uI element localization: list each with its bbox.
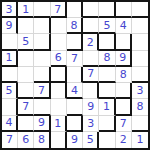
given-digit-r9c3[interactable]: 8 [34, 132, 50, 148]
given-digit-r1c4[interactable]: 7 [51, 2, 67, 18]
cell-r5c4[interactable] [51, 67, 67, 83]
cell-r2c3[interactable] [34, 18, 50, 34]
given-digit-r9c9[interactable]: 1 [132, 132, 148, 148]
cell-r5c3[interactable] [34, 67, 50, 83]
cell-r8c5[interactable] [67, 116, 83, 132]
given-digit-r4c8[interactable]: 9 [116, 51, 132, 67]
cell-r5c2[interactable] [18, 67, 34, 83]
given-digit-r5c6[interactable]: 7 [83, 67, 99, 83]
sudoku-stage: 317985452167897857437918491377689521 [0, 0, 150, 150]
cell-r4c3[interactable] [34, 51, 50, 67]
cell-r9c4[interactable] [51, 132, 67, 148]
cell-r3c9[interactable] [132, 34, 148, 50]
cell-r3c4[interactable] [51, 34, 67, 50]
cell-r4c2[interactable] [18, 51, 34, 67]
given-digit-r9c6[interactable]: 5 [83, 132, 99, 148]
cell-r1c5[interactable] [67, 2, 83, 18]
given-digit-r9c2[interactable]: 6 [18, 132, 34, 148]
cell-r5c1[interactable] [2, 67, 18, 83]
cell-r7c3[interactable] [34, 99, 50, 115]
cell-r4c9[interactable] [132, 51, 148, 67]
given-digit-r5c8[interactable]: 8 [116, 67, 132, 83]
cell-r2c4[interactable] [51, 18, 67, 34]
given-digit-r9c5[interactable]: 9 [67, 132, 83, 148]
given-digit-r6c1[interactable]: 5 [2, 83, 18, 99]
cell-r3c7[interactable] [99, 34, 115, 50]
given-digit-r8c4[interactable]: 1 [51, 116, 67, 132]
cell-r7c4[interactable] [51, 99, 67, 115]
given-digit-r7c6[interactable]: 9 [83, 99, 99, 115]
cell-r6c8[interactable] [116, 83, 132, 99]
cell-r8c2[interactable] [18, 116, 34, 132]
given-digit-r9c1[interactable]: 7 [2, 132, 18, 148]
cell-r3c1[interactable] [2, 34, 18, 50]
cell-r8c7[interactable] [99, 116, 115, 132]
cell-r6c7[interactable] [99, 83, 115, 99]
cell-r5c9[interactable] [132, 67, 148, 83]
given-digit-r3c6[interactable]: 2 [83, 34, 99, 50]
given-digit-r8c3[interactable]: 9 [34, 116, 50, 132]
cell-r6c6[interactable] [83, 83, 99, 99]
cell-r3c3[interactable] [34, 34, 50, 50]
cell-r6c4[interactable] [51, 83, 67, 99]
cell-r3c5[interactable] [67, 34, 83, 50]
cell-r5c7[interactable] [99, 67, 115, 83]
given-digit-r6c3[interactable]: 7 [34, 83, 50, 99]
given-digit-r6c5[interactable]: 4 [67, 83, 83, 99]
cell-r1c6[interactable] [83, 2, 99, 18]
given-digit-r8c6[interactable]: 3 [83, 116, 99, 132]
given-digit-r2c5[interactable]: 8 [67, 18, 83, 34]
cell-r1c8[interactable] [116, 2, 132, 18]
cell-r9c7[interactable] [99, 132, 115, 148]
given-digit-r8c1[interactable]: 4 [2, 116, 18, 132]
cell-r2c2[interactable] [18, 18, 34, 34]
cell-r1c3[interactable] [34, 2, 50, 18]
cell-r2c6[interactable] [83, 18, 99, 34]
cell-r1c7[interactable] [99, 2, 115, 18]
given-digit-r4c1[interactable]: 1 [2, 51, 18, 67]
cell-r3c8[interactable] [116, 34, 132, 50]
cell-r6c2[interactable] [18, 83, 34, 99]
given-digit-r4c4[interactable]: 6 [51, 51, 67, 67]
cell-r7c1[interactable] [2, 99, 18, 115]
sudoku-board: 317985452167897857437918491377689521 [0, 0, 150, 150]
cell-r7c8[interactable] [116, 99, 132, 115]
given-digit-r6c9[interactable]: 3 [132, 83, 148, 99]
given-digit-r2c1[interactable]: 9 [2, 18, 18, 34]
given-digit-r9c8[interactable]: 2 [116, 132, 132, 148]
given-digit-r8c8[interactable]: 7 [116, 116, 132, 132]
cell-r7c5[interactable] [67, 99, 83, 115]
given-digit-r3c2[interactable]: 5 [18, 34, 34, 50]
cell-r4c6[interactable] [83, 51, 99, 67]
given-digit-r7c7[interactable]: 1 [99, 99, 115, 115]
cell-r1c9[interactable] [132, 2, 148, 18]
cell-r5c5[interactable] [67, 67, 83, 83]
given-digit-r7c2[interactable]: 7 [18, 99, 34, 115]
cell-r8c9[interactable] [132, 116, 148, 132]
given-digit-r4c5[interactable]: 7 [67, 51, 83, 67]
given-digit-r2c8[interactable]: 4 [116, 18, 132, 34]
given-digit-r1c2[interactable]: 1 [18, 2, 34, 18]
given-digit-r1c1[interactable]: 3 [2, 2, 18, 18]
cell-r2c9[interactable] [132, 18, 148, 34]
given-digit-r2c7[interactable]: 5 [99, 18, 115, 34]
given-digit-r4c7[interactable]: 8 [99, 51, 115, 67]
given-digit-r7c9[interactable]: 8 [132, 99, 148, 115]
